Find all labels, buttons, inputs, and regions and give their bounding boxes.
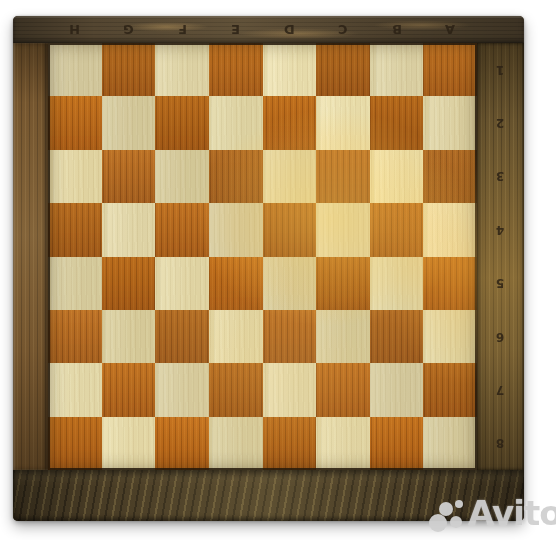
square-g7: [102, 363, 156, 416]
square-e7: [209, 363, 263, 416]
avito-logo-circle: [450, 516, 462, 528]
rank-label-5: 5: [496, 277, 504, 289]
square-f4: [155, 203, 209, 256]
square-g6: [102, 310, 156, 363]
square-a6: [423, 310, 477, 363]
square-h3: [48, 150, 102, 203]
square-h1: [48, 43, 102, 96]
square-g2: [102, 96, 156, 149]
square-c1: [316, 43, 370, 96]
rank-label-3: 3: [496, 170, 504, 182]
square-c5: [316, 257, 370, 310]
square-b4: [370, 203, 424, 256]
square-b2: [370, 96, 424, 149]
square-f8: [155, 417, 209, 470]
square-e3: [209, 150, 263, 203]
square-h7: [48, 363, 102, 416]
square-g5: [102, 257, 156, 310]
square-a2: [423, 96, 477, 149]
square-a3: [423, 150, 477, 203]
square-e6: [209, 310, 263, 363]
square-b3: [370, 150, 424, 203]
board-frame-right: 12345678: [477, 43, 524, 470]
square-g4: [102, 203, 156, 256]
square-d6: [263, 310, 317, 363]
avito-watermark: Avito: [428, 491, 556, 535]
square-a1: [423, 43, 477, 96]
square-d5: [263, 257, 317, 310]
square-b6: [370, 310, 424, 363]
file-label-e: E: [231, 23, 240, 36]
board-squares: [48, 43, 477, 470]
file-label-a: A: [445, 23, 455, 36]
square-d2: [263, 96, 317, 149]
listing-photo[interactable]: HGFEDCBA 12345678: [13, 16, 524, 521]
board-frame-left: [13, 43, 48, 470]
square-f1: [155, 43, 209, 96]
rank-labels: 12345678: [477, 43, 524, 470]
avito-watermark-text: Avito: [468, 491, 556, 535]
square-f6: [155, 310, 209, 363]
file-label-d: D: [284, 23, 295, 36]
file-label-f: F: [178, 23, 187, 36]
file-label-c: C: [338, 23, 348, 36]
rank-label-7: 7: [496, 384, 504, 396]
square-h4: [48, 203, 102, 256]
square-e5: [209, 257, 263, 310]
square-b5: [370, 257, 424, 310]
square-g1: [102, 43, 156, 96]
square-a7: [423, 363, 477, 416]
square-d7: [263, 363, 317, 416]
rank-label-8: 8: [496, 437, 504, 449]
square-h2: [48, 96, 102, 149]
square-d8: [263, 417, 317, 470]
file-label-g: G: [123, 23, 134, 36]
rank-label-2: 2: [496, 117, 504, 129]
square-c3: [316, 150, 370, 203]
square-f2: [155, 96, 209, 149]
square-c4: [316, 203, 370, 256]
square-c7: [316, 363, 370, 416]
square-b1: [370, 43, 424, 96]
square-e4: [209, 203, 263, 256]
square-h8: [48, 417, 102, 470]
square-d1: [263, 43, 317, 96]
square-c6: [316, 310, 370, 363]
square-d4: [263, 203, 317, 256]
square-c2: [316, 96, 370, 149]
rank-label-6: 6: [496, 331, 504, 343]
square-e1: [209, 43, 263, 96]
screenshot-canvas: HGFEDCBA 12345678 Avito: [0, 0, 556, 540]
square-h6: [48, 310, 102, 363]
square-e8: [209, 417, 263, 470]
square-b8: [370, 417, 424, 470]
square-c8: [316, 417, 370, 470]
square-f5: [155, 257, 209, 310]
rank-label-4: 4: [496, 224, 504, 236]
square-d3: [263, 150, 317, 203]
square-f7: [155, 363, 209, 416]
square-a4: [423, 203, 477, 256]
board-frame-top: HGFEDCBA: [13, 16, 524, 43]
avito-logo-icon: [428, 491, 466, 535]
square-g3: [102, 150, 156, 203]
chess-board: [48, 43, 477, 470]
square-e2: [209, 96, 263, 149]
square-g8: [102, 417, 156, 470]
file-label-h: H: [69, 23, 80, 36]
avito-logo-circle: [429, 514, 447, 532]
square-a8: [423, 417, 477, 470]
file-labels: HGFEDCBA: [48, 16, 477, 43]
avito-logo-circle: [455, 500, 463, 508]
rank-label-1: 1: [496, 64, 504, 76]
file-label-b: B: [392, 23, 402, 36]
square-b7: [370, 363, 424, 416]
square-a5: [423, 257, 477, 310]
square-f3: [155, 150, 209, 203]
square-h5: [48, 257, 102, 310]
